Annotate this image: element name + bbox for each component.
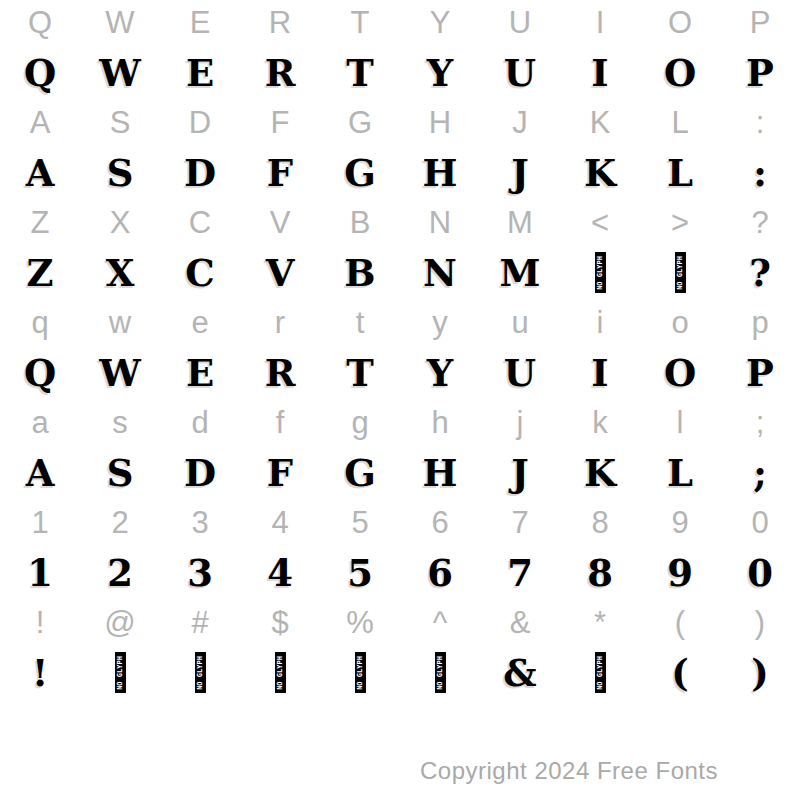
glyph-char: L xyxy=(640,445,720,500)
glyph-row: ASDFGHJKL: xyxy=(0,145,800,200)
reference-char: s xyxy=(80,400,160,445)
reference-char: r xyxy=(240,300,320,345)
reference-char: & xyxy=(480,600,560,645)
glyph-char: R xyxy=(240,345,320,400)
reference-char: C xyxy=(160,200,240,245)
glyph-char: W xyxy=(80,45,160,100)
glyph-char: 3 xyxy=(160,545,240,600)
glyph-row: ASDFGHJKL; xyxy=(0,445,800,500)
reference-char: ) xyxy=(720,600,800,645)
reference-char: N xyxy=(400,200,480,245)
glyph-char: T xyxy=(320,345,400,400)
reference-char: E xyxy=(160,0,240,45)
reference-char: G xyxy=(320,100,400,145)
glyph-char: O xyxy=(640,345,720,400)
reference-char: 9 xyxy=(640,500,720,545)
reference-char: P xyxy=(720,0,800,45)
reference-char: % xyxy=(320,600,400,645)
copyright-text: Copyright 2024 Free Fonts xyxy=(420,757,718,785)
missing-glyph-box: NO GLYPH xyxy=(355,652,366,693)
missing-glyph-label: NO GLYPH xyxy=(436,656,444,690)
glyph-char: Z xyxy=(0,245,80,300)
glyph-char: J xyxy=(480,145,560,200)
missing-glyph-label: NO GLYPH xyxy=(196,656,204,690)
reference-row: QWERTYUIOP xyxy=(0,0,800,45)
reference-char: a xyxy=(0,400,80,445)
glyph-char: X xyxy=(80,245,160,300)
reference-char: f xyxy=(240,400,320,445)
reference-char: Q xyxy=(0,0,80,45)
glyph-char: E xyxy=(160,345,240,400)
reference-char: V xyxy=(240,200,320,245)
glyph-char: : xyxy=(720,145,800,200)
reference-char: k xyxy=(560,400,640,445)
reference-char: 0 xyxy=(720,500,800,545)
glyph-char: Y xyxy=(400,45,480,100)
glyph-char: O xyxy=(640,45,720,100)
missing-glyph-label: NO GLYPH xyxy=(596,656,604,690)
reference-char: W xyxy=(80,0,160,45)
reference-char: 5 xyxy=(320,500,400,545)
reference-char: 1 xyxy=(0,500,80,545)
glyph-char: A xyxy=(0,445,80,500)
reference-char: u xyxy=(480,300,560,345)
reference-char: X xyxy=(80,200,160,245)
missing-glyph-label: NO GLYPH xyxy=(676,256,684,290)
glyph-char: L xyxy=(640,145,720,200)
glyph-row: QWERTYUIOP xyxy=(0,45,800,100)
reference-char: 8 xyxy=(560,500,640,545)
missing-glyph-box: NO GLYPH xyxy=(115,652,126,693)
glyph-char: C xyxy=(160,245,240,300)
reference-char: j xyxy=(480,400,560,445)
glyph-char: N xyxy=(400,245,480,300)
glyph-char: 0 xyxy=(720,545,800,600)
missing-glyph-cell: NO GLYPH xyxy=(160,645,240,700)
reference-char: A xyxy=(0,100,80,145)
glyph-char: S xyxy=(80,445,160,500)
font-specimen-page: QWERTYUIOPQWERTYUIOPASDFGHJKL:ASDFGHJKL:… xyxy=(0,0,800,800)
reference-char: d xyxy=(160,400,240,445)
reference-char: O xyxy=(640,0,720,45)
reference-char: p xyxy=(720,300,800,345)
reference-char: I xyxy=(560,0,640,45)
reference-char: J xyxy=(480,100,560,145)
glyph-char: G xyxy=(320,445,400,500)
reference-char: K xyxy=(560,100,640,145)
missing-glyph-cell: NO GLYPH xyxy=(240,645,320,700)
glyph-char: K xyxy=(560,145,640,200)
glyph-char: U xyxy=(480,345,560,400)
missing-glyph-cell: NO GLYPH xyxy=(80,645,160,700)
glyph-char: 4 xyxy=(240,545,320,600)
reference-char: y xyxy=(400,300,480,345)
reference-char: 7 xyxy=(480,500,560,545)
glyph-char: P xyxy=(720,345,800,400)
reference-char: t xyxy=(320,300,400,345)
glyph-char: V xyxy=(240,245,320,300)
missing-glyph-cell: NO GLYPH xyxy=(560,645,640,700)
reference-char: R xyxy=(240,0,320,45)
glyph-char: 8 xyxy=(560,545,640,600)
glyph-char: H xyxy=(400,445,480,500)
reference-char: 4 xyxy=(240,500,320,545)
reference-char: F xyxy=(240,100,320,145)
reference-char: < xyxy=(560,200,640,245)
reference-char: w xyxy=(80,300,160,345)
reference-char: $ xyxy=(240,600,320,645)
reference-char: 3 xyxy=(160,500,240,545)
reference-char: H xyxy=(400,100,480,145)
reference-char: e xyxy=(160,300,240,345)
reference-char: U xyxy=(480,0,560,45)
reference-char: ^ xyxy=(400,600,480,645)
missing-glyph-box: NO GLYPH xyxy=(435,652,446,693)
reference-char: o xyxy=(640,300,720,345)
glyph-char: 6 xyxy=(400,545,480,600)
reference-char: ; xyxy=(720,400,800,445)
missing-glyph-label: NO GLYPH xyxy=(276,656,284,690)
missing-glyph-box: NO GLYPH xyxy=(595,652,606,693)
glyph-char: F xyxy=(240,145,320,200)
reference-char: l xyxy=(640,400,720,445)
glyph-char: H xyxy=(400,145,480,200)
missing-glyph-label: NO GLYPH xyxy=(596,256,604,290)
glyph-char: Q xyxy=(0,345,80,400)
missing-glyph-cell: NO GLYPH xyxy=(560,245,640,300)
glyph-char: A xyxy=(0,145,80,200)
reference-char: 6 xyxy=(400,500,480,545)
reference-char: q xyxy=(0,300,80,345)
reference-char: S xyxy=(80,100,160,145)
reference-char: B xyxy=(320,200,400,245)
glyph-char: D xyxy=(160,145,240,200)
specimen-grid: QWERTYUIOPQWERTYUIOPASDFGHJKL:ASDFGHJKL:… xyxy=(0,0,800,700)
glyph-char: ( xyxy=(640,645,720,700)
reference-row: !@#$%^&*() xyxy=(0,600,800,645)
glyph-char: I xyxy=(560,345,640,400)
reference-row: ZXCVBNM<>? xyxy=(0,200,800,245)
reference-char: 2 xyxy=(80,500,160,545)
glyph-char: K xyxy=(560,445,640,500)
reference-char: h xyxy=(400,400,480,445)
reference-row: qwertyuiop xyxy=(0,300,800,345)
glyph-char: T xyxy=(320,45,400,100)
glyph-char: B xyxy=(320,245,400,300)
missing-glyph-label: NO GLYPH xyxy=(116,656,124,690)
missing-glyph-box: NO GLYPH xyxy=(595,252,606,293)
glyph-char: W xyxy=(80,345,160,400)
glyph-char: E xyxy=(160,45,240,100)
glyph-char: D xyxy=(160,445,240,500)
missing-glyph-cell: NO GLYPH xyxy=(400,645,480,700)
reference-row: ASDFGHJKL: xyxy=(0,100,800,145)
reference-char: D xyxy=(160,100,240,145)
glyph-row: !NO GLYPHNO GLYPHNO GLYPHNO GLYPHNO GLYP… xyxy=(0,645,800,700)
reference-char: @ xyxy=(80,600,160,645)
glyph-row: ZXCVBNMNO GLYPHNO GLYPH? xyxy=(0,245,800,300)
reference-row: asdfghjkl; xyxy=(0,400,800,445)
glyph-char: 7 xyxy=(480,545,560,600)
reference-char: ! xyxy=(0,600,80,645)
missing-glyph-box: NO GLYPH xyxy=(675,252,686,293)
glyph-char: ) xyxy=(720,645,800,700)
glyph-char: ; xyxy=(720,445,800,500)
missing-glyph-cell: NO GLYPH xyxy=(320,645,400,700)
missing-glyph-box: NO GLYPH xyxy=(275,652,286,693)
glyph-char: I xyxy=(560,45,640,100)
glyph-char: ? xyxy=(720,245,800,300)
glyph-char: ! xyxy=(0,645,80,700)
glyph-char: G xyxy=(320,145,400,200)
reference-char: * xyxy=(560,600,640,645)
glyph-char: F xyxy=(240,445,320,500)
glyph-char: J xyxy=(480,445,560,500)
glyph-char: 5 xyxy=(320,545,400,600)
reference-char: L xyxy=(640,100,720,145)
reference-char: ? xyxy=(720,200,800,245)
reference-char: Z xyxy=(0,200,80,245)
glyph-char: & xyxy=(480,645,560,700)
missing-glyph-label: NO GLYPH xyxy=(356,656,364,690)
glyph-row: 1234567890 xyxy=(0,545,800,600)
glyph-char: 2 xyxy=(80,545,160,600)
glyph-char: S xyxy=(80,145,160,200)
reference-char: : xyxy=(720,100,800,145)
reference-char: i xyxy=(560,300,640,345)
glyph-char: U xyxy=(480,45,560,100)
glyph-char: Y xyxy=(400,345,480,400)
reference-char: T xyxy=(320,0,400,45)
reference-char: g xyxy=(320,400,400,445)
glyph-char: Q xyxy=(0,45,80,100)
reference-char: Y xyxy=(400,0,480,45)
glyph-row: QWERTYUIOP xyxy=(0,345,800,400)
reference-char: ( xyxy=(640,600,720,645)
glyph-char: 1 xyxy=(0,545,80,600)
reference-char: M xyxy=(480,200,560,245)
reference-row: 1234567890 xyxy=(0,500,800,545)
glyph-char: M xyxy=(480,245,560,300)
reference-char: # xyxy=(160,600,240,645)
reference-char: > xyxy=(640,200,720,245)
missing-glyph-box: NO GLYPH xyxy=(195,652,206,693)
glyph-char: 9 xyxy=(640,545,720,600)
glyph-char: R xyxy=(240,45,320,100)
missing-glyph-cell: NO GLYPH xyxy=(640,245,720,300)
glyph-char: P xyxy=(720,45,800,100)
